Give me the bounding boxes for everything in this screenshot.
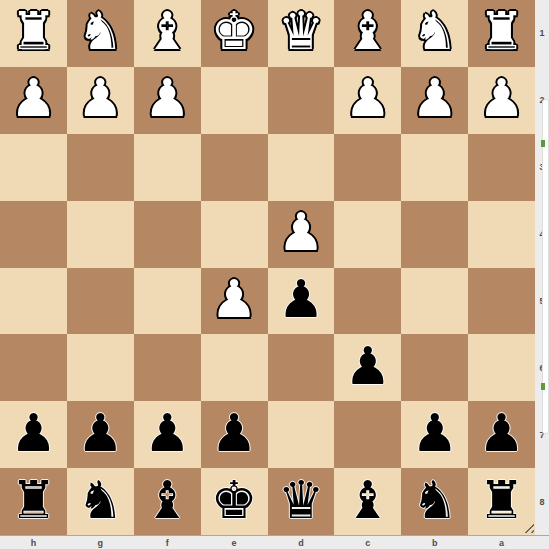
square-h8[interactable]: ♜ bbox=[0, 468, 67, 535]
piece-white-knight[interactable]: ♞ bbox=[411, 5, 458, 57]
piece-white-rook[interactable]: ♜ bbox=[478, 5, 525, 57]
square-h5[interactable] bbox=[0, 268, 67, 335]
file-label-c: c bbox=[334, 536, 401, 549]
square-c1[interactable]: ♝ bbox=[334, 0, 401, 67]
square-d6[interactable] bbox=[268, 334, 335, 401]
square-e4[interactable] bbox=[201, 201, 268, 268]
square-g3[interactable] bbox=[67, 134, 134, 201]
file-label-g: g bbox=[67, 536, 134, 549]
square-a5[interactable] bbox=[468, 268, 535, 335]
scroll-marker-icon bbox=[541, 383, 545, 390]
square-c5[interactable] bbox=[334, 268, 401, 335]
chess-app-screen: ♜♞♝♚♛♝♞♜♟♟♟♟♟♟♟♟♟♟♟♟♟♟♟♟♜♞♝♚♛♝♞♜ hgfedcb… bbox=[0, 0, 549, 549]
square-a6[interactable] bbox=[468, 334, 535, 401]
square-e3[interactable] bbox=[201, 134, 268, 201]
piece-white-pawn[interactable]: ♟ bbox=[478, 72, 525, 124]
piece-white-pawn[interactable]: ♟ bbox=[77, 72, 124, 124]
square-e6[interactable] bbox=[201, 334, 268, 401]
square-b8[interactable]: ♞ bbox=[401, 468, 468, 535]
square-c7[interactable] bbox=[334, 401, 401, 468]
square-b5[interactable] bbox=[401, 268, 468, 335]
square-g8[interactable]: ♞ bbox=[67, 468, 134, 535]
square-b7[interactable]: ♟ bbox=[401, 401, 468, 468]
file-label-d: d bbox=[268, 536, 335, 549]
square-d3[interactable] bbox=[268, 134, 335, 201]
square-e2[interactable] bbox=[201, 67, 268, 134]
piece-white-pawn[interactable]: ♟ bbox=[345, 72, 392, 124]
square-e1[interactable]: ♚ bbox=[201, 0, 268, 67]
square-g1[interactable]: ♞ bbox=[67, 0, 134, 67]
piece-white-bishop[interactable]: ♝ bbox=[144, 5, 191, 57]
piece-white-king[interactable]: ♚ bbox=[211, 5, 258, 57]
square-c2[interactable]: ♟ bbox=[334, 67, 401, 134]
piece-black-pawn[interactable]: ♟ bbox=[478, 407, 525, 459]
file-label-a: a bbox=[468, 536, 535, 549]
square-e8[interactable]: ♚ bbox=[201, 468, 268, 535]
square-a1[interactable]: ♜ bbox=[468, 0, 535, 67]
square-b6[interactable] bbox=[401, 334, 468, 401]
square-h1[interactable]: ♜ bbox=[0, 0, 67, 67]
square-f4[interactable] bbox=[134, 201, 201, 268]
square-e5[interactable]: ♟ bbox=[201, 268, 268, 335]
scroll-marker-icon bbox=[541, 140, 545, 147]
square-d7[interactable] bbox=[268, 401, 335, 468]
square-b3[interactable] bbox=[401, 134, 468, 201]
square-h4[interactable] bbox=[0, 201, 67, 268]
file-label-f: f bbox=[134, 536, 201, 549]
square-a3[interactable] bbox=[468, 134, 535, 201]
square-a4[interactable] bbox=[468, 201, 535, 268]
piece-black-knight[interactable]: ♞ bbox=[411, 474, 458, 526]
piece-black-rook[interactable]: ♜ bbox=[478, 474, 525, 526]
piece-white-pawn[interactable]: ♟ bbox=[278, 206, 325, 258]
square-g2[interactable]: ♟ bbox=[67, 67, 134, 134]
piece-white-rook[interactable]: ♜ bbox=[10, 5, 57, 57]
square-b2[interactable]: ♟ bbox=[401, 67, 468, 134]
piece-black-bishop[interactable]: ♝ bbox=[345, 474, 392, 526]
square-a2[interactable]: ♟ bbox=[468, 67, 535, 134]
square-d1[interactable]: ♛ bbox=[268, 0, 335, 67]
square-c8[interactable]: ♝ bbox=[334, 468, 401, 535]
piece-black-rook[interactable]: ♜ bbox=[10, 474, 57, 526]
piece-white-pawn[interactable]: ♟ bbox=[411, 72, 458, 124]
square-d2[interactable] bbox=[268, 67, 335, 134]
piece-black-pawn[interactable]: ♟ bbox=[411, 407, 458, 459]
square-b1[interactable]: ♞ bbox=[401, 0, 468, 67]
square-h6[interactable] bbox=[0, 334, 67, 401]
chess-board: ♜♞♝♚♛♝♞♜♟♟♟♟♟♟♟♟♟♟♟♟♟♟♟♟♜♞♝♚♛♝♞♜ bbox=[0, 0, 535, 535]
square-f1[interactable]: ♝ bbox=[134, 0, 201, 67]
square-e7[interactable]: ♟ bbox=[201, 401, 268, 468]
file-label-b: b bbox=[401, 536, 468, 549]
square-f5[interactable] bbox=[134, 268, 201, 335]
piece-white-pawn[interactable]: ♟ bbox=[10, 72, 57, 124]
square-g7[interactable]: ♟ bbox=[67, 401, 134, 468]
square-g5[interactable] bbox=[67, 268, 134, 335]
piece-black-queen[interactable]: ♛ bbox=[278, 474, 325, 526]
square-f6[interactable] bbox=[134, 334, 201, 401]
file-label-e: e bbox=[201, 536, 268, 549]
square-c6[interactable]: ♟ bbox=[334, 334, 401, 401]
piece-white-knight[interactable]: ♞ bbox=[77, 5, 124, 57]
square-a7[interactable]: ♟ bbox=[468, 401, 535, 468]
piece-black-pawn[interactable]: ♟ bbox=[211, 407, 258, 459]
piece-black-pawn[interactable]: ♟ bbox=[345, 340, 392, 392]
square-h7[interactable]: ♟ bbox=[0, 401, 67, 468]
piece-white-queen[interactable]: ♛ bbox=[278, 5, 325, 57]
square-f7[interactable]: ♟ bbox=[134, 401, 201, 468]
square-b4[interactable] bbox=[401, 201, 468, 268]
piece-black-pawn[interactable]: ♟ bbox=[144, 407, 191, 459]
piece-white-pawn[interactable]: ♟ bbox=[144, 72, 191, 124]
piece-black-pawn[interactable]: ♟ bbox=[77, 407, 124, 459]
square-c4[interactable] bbox=[334, 201, 401, 268]
piece-black-pawn[interactable]: ♟ bbox=[278, 273, 325, 325]
file-labels: hgfedcba bbox=[0, 536, 535, 549]
file-label-h: h bbox=[0, 536, 67, 549]
square-g4[interactable] bbox=[67, 201, 134, 268]
square-a8[interactable]: ♜ bbox=[468, 468, 535, 535]
square-c3[interactable] bbox=[334, 134, 401, 201]
piece-black-king[interactable]: ♚ bbox=[211, 474, 258, 526]
piece-black-knight[interactable]: ♞ bbox=[77, 474, 124, 526]
square-d4[interactable]: ♟ bbox=[268, 201, 335, 268]
piece-white-pawn[interactable]: ♟ bbox=[211, 273, 258, 325]
square-h3[interactable] bbox=[0, 134, 67, 201]
file-coordinate-strip: hgfedcba bbox=[0, 535, 549, 549]
square-f8[interactable]: ♝ bbox=[134, 468, 201, 535]
piece-black-bishop[interactable]: ♝ bbox=[144, 474, 191, 526]
square-h2[interactable]: ♟ bbox=[0, 67, 67, 134]
square-g6[interactable] bbox=[67, 334, 134, 401]
piece-black-pawn[interactable]: ♟ bbox=[10, 407, 57, 459]
square-f2[interactable]: ♟ bbox=[134, 67, 201, 134]
square-d5[interactable]: ♟ bbox=[268, 268, 335, 335]
piece-white-bishop[interactable]: ♝ bbox=[345, 5, 392, 57]
square-d8[interactable]: ♛ bbox=[268, 468, 335, 535]
square-f3[interactable] bbox=[134, 134, 201, 201]
